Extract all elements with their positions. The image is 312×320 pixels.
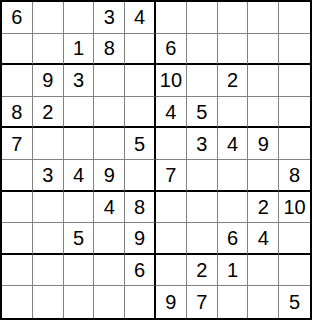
cell-r8c1[interactable] [2, 223, 33, 255]
cell-r6c9[interactable] [248, 160, 279, 192]
cell-r1c6[interactable] [156, 2, 187, 34]
cell-r2c2[interactable] [33, 34, 64, 66]
cell-r10c8[interactable] [218, 286, 249, 318]
cell-r9c9[interactable] [248, 255, 279, 287]
cell-r9c5[interactable]: 6 [125, 255, 156, 287]
cell-r10c4[interactable] [94, 286, 125, 318]
cell-r2c1[interactable] [2, 34, 33, 66]
cell-r7c6[interactable] [156, 192, 187, 224]
cell-r3c6[interactable]: 10 [156, 65, 187, 97]
cell-r5c5[interactable]: 5 [125, 128, 156, 160]
cell-r9c8[interactable]: 1 [218, 255, 249, 287]
cell-r7c10[interactable]: 10 [279, 192, 310, 224]
cell-r4c7[interactable]: 5 [187, 97, 218, 129]
cell-r1c7[interactable] [187, 2, 218, 34]
cell-r6c4[interactable]: 9 [94, 160, 125, 192]
cell-r2c7[interactable] [187, 34, 218, 66]
cell-r8c8[interactable]: 6 [218, 223, 249, 255]
cell-r8c2[interactable] [33, 223, 64, 255]
cell-r5c2[interactable] [33, 128, 64, 160]
cell-r7c8[interactable] [218, 192, 249, 224]
cell-r4c1[interactable]: 8 [2, 97, 33, 129]
cell-r10c5[interactable] [125, 286, 156, 318]
cell-r8c6[interactable] [156, 223, 187, 255]
cell-r5c8[interactable]: 4 [218, 128, 249, 160]
cell-r10c1[interactable] [2, 286, 33, 318]
cell-r6c5[interactable] [125, 160, 156, 192]
cell-r9c6[interactable] [156, 255, 187, 287]
cell-r6c1[interactable] [2, 160, 33, 192]
cell-r4c4[interactable] [94, 97, 125, 129]
cell-r6c10[interactable]: 8 [279, 160, 310, 192]
cell-r5c3[interactable] [64, 128, 95, 160]
cell-r1c4[interactable]: 3 [94, 2, 125, 34]
cell-r3c2[interactable]: 9 [33, 65, 64, 97]
cell-r1c10[interactable] [279, 2, 310, 34]
cell-r5c7[interactable]: 3 [187, 128, 218, 160]
cell-r8c5[interactable]: 9 [125, 223, 156, 255]
cell-r7c2[interactable] [33, 192, 64, 224]
cell-r9c1[interactable] [2, 255, 33, 287]
cell-r2c3[interactable]: 1 [64, 34, 95, 66]
cell-r10c2[interactable] [33, 286, 64, 318]
cell-r3c8[interactable]: 2 [218, 65, 249, 97]
cell-r4c8[interactable] [218, 97, 249, 129]
cell-r3c9[interactable] [248, 65, 279, 97]
cell-r2c6[interactable]: 6 [156, 34, 187, 66]
cell-r4c2[interactable]: 2 [33, 97, 64, 129]
cell-r2c9[interactable] [248, 34, 279, 66]
cell-r4c3[interactable] [64, 97, 95, 129]
cell-r5c9[interactable]: 9 [248, 128, 279, 160]
cell-r10c3[interactable] [64, 286, 95, 318]
cell-r1c8[interactable] [218, 2, 249, 34]
cell-r3c3[interactable]: 3 [64, 65, 95, 97]
cell-r4c6[interactable]: 4 [156, 97, 187, 129]
cell-r6c8[interactable] [218, 160, 249, 192]
cell-r9c10[interactable] [279, 255, 310, 287]
cell-r10c7[interactable]: 7 [187, 286, 218, 318]
cell-r5c6[interactable] [156, 128, 187, 160]
cell-r2c5[interactable] [125, 34, 156, 66]
cell-r6c6[interactable]: 7 [156, 160, 187, 192]
cell-r4c5[interactable] [125, 97, 156, 129]
cell-r8c3[interactable]: 5 [64, 223, 95, 255]
cell-r8c7[interactable] [187, 223, 218, 255]
cell-r2c10[interactable] [279, 34, 310, 66]
cell-r3c7[interactable] [187, 65, 218, 97]
cell-r3c4[interactable] [94, 65, 125, 97]
cell-r9c3[interactable] [64, 255, 95, 287]
cell-r6c2[interactable]: 3 [33, 160, 64, 192]
cell-r3c5[interactable] [125, 65, 156, 97]
cell-r8c9[interactable]: 4 [248, 223, 279, 255]
cell-r1c9[interactable] [248, 2, 279, 34]
cell-r1c3[interactable] [64, 2, 95, 34]
cell-r9c7[interactable]: 2 [187, 255, 218, 287]
cell-r5c1[interactable]: 7 [2, 128, 33, 160]
cell-r7c7[interactable] [187, 192, 218, 224]
cell-r1c1[interactable]: 6 [2, 2, 33, 34]
cell-r7c3[interactable] [64, 192, 95, 224]
cell-r3c1[interactable] [2, 65, 33, 97]
cell-r4c10[interactable] [279, 97, 310, 129]
cell-r7c5[interactable]: 8 [125, 192, 156, 224]
cell-r7c1[interactable] [2, 192, 33, 224]
cell-r10c10[interactable]: 5 [279, 286, 310, 318]
cell-r2c8[interactable] [218, 34, 249, 66]
cell-r7c9[interactable]: 2 [248, 192, 279, 224]
cell-r6c7[interactable] [187, 160, 218, 192]
cell-r5c10[interactable] [279, 128, 310, 160]
cell-r9c2[interactable] [33, 255, 64, 287]
cell-r10c9[interactable] [248, 286, 279, 318]
cell-r8c4[interactable] [94, 223, 125, 255]
cell-r9c4[interactable] [94, 255, 125, 287]
cell-r8c10[interactable] [279, 223, 310, 255]
cell-r1c5[interactable]: 4 [125, 2, 156, 34]
cell-r6c3[interactable]: 4 [64, 160, 95, 192]
cell-r10c6[interactable]: 9 [156, 286, 187, 318]
cell-r3c10[interactable] [279, 65, 310, 97]
cell-r4c9[interactable] [248, 97, 279, 129]
cell-r5c4[interactable] [94, 128, 125, 160]
cell-r1c2[interactable] [33, 2, 64, 34]
sudoku-board: 6341869310282457534934978482105964621975 [0, 0, 312, 320]
cell-r2c4[interactable]: 8 [94, 34, 125, 66]
cell-r7c4[interactable]: 4 [94, 192, 125, 224]
